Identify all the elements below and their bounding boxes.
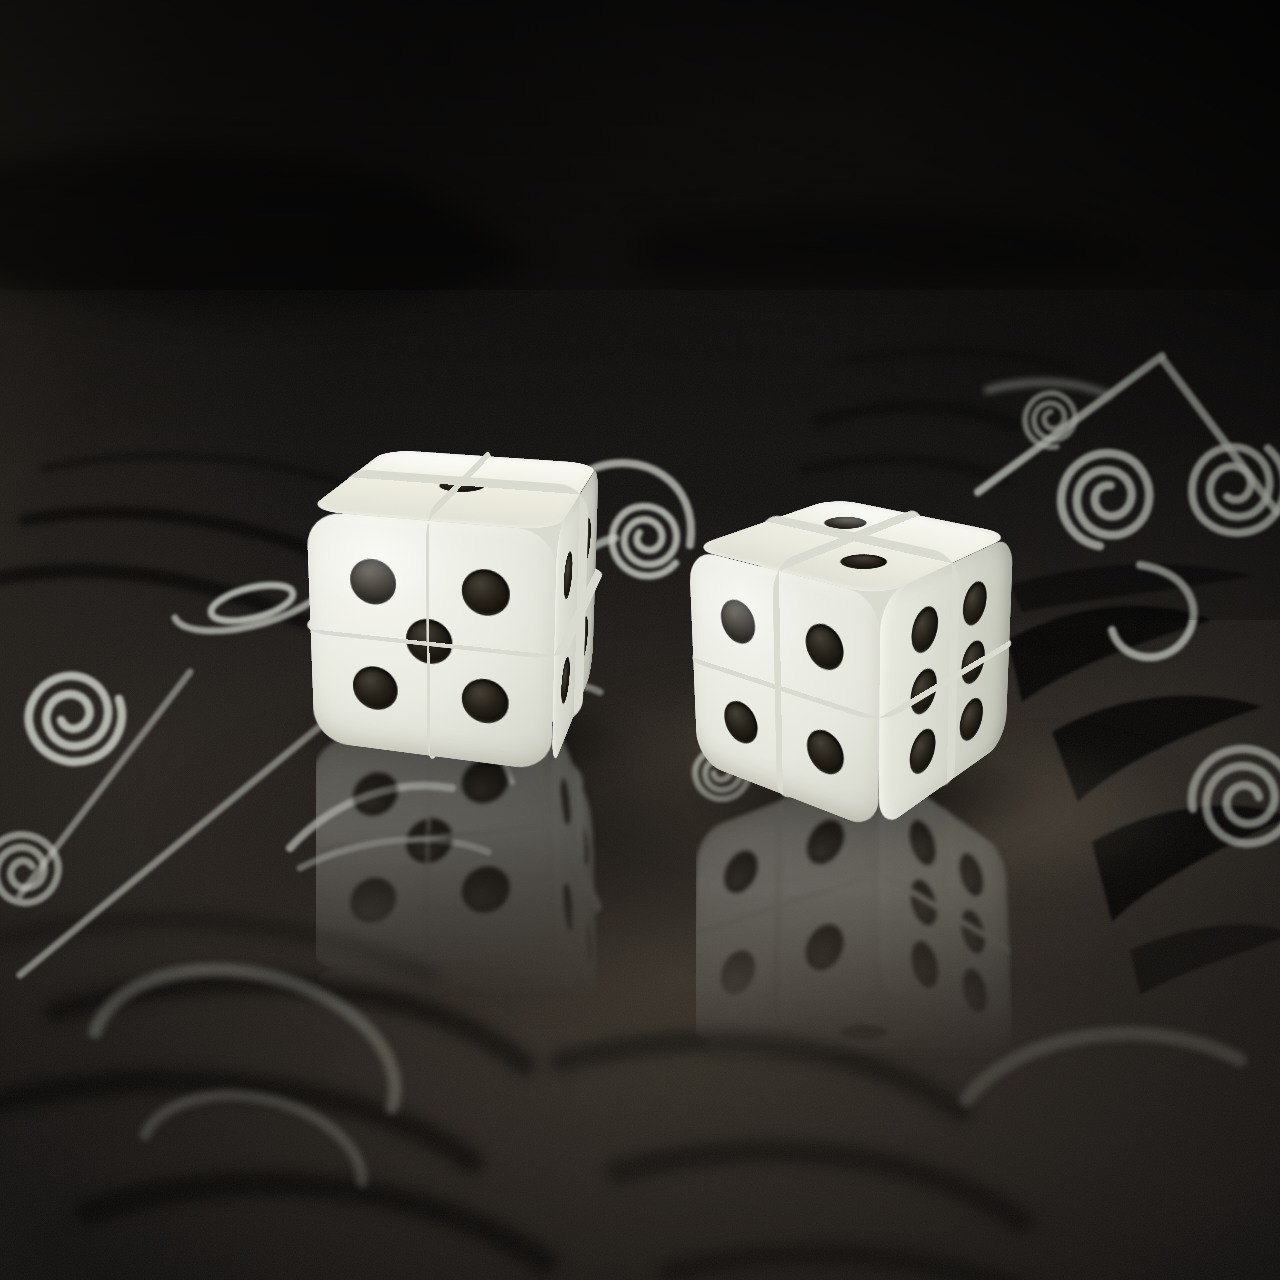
silver-scroll-flourishes (0, 356, 1280, 975)
pip (563, 877, 573, 938)
pip (911, 935, 938, 993)
pip (807, 814, 844, 869)
faint-flourish-echoes (95, 382, 1240, 1182)
left-die-cube (350, 477, 580, 716)
glossy-top-shadow-gradient (0, 0, 1280, 460)
pip (462, 865, 510, 916)
pip (909, 722, 935, 780)
pip (807, 724, 844, 779)
left-die-reflection-cube (350, 766, 580, 1005)
pip (805, 619, 843, 675)
pip (959, 847, 983, 902)
pip (561, 770, 571, 832)
right-die-reflection-cube (766, 811, 952, 1073)
pip (352, 770, 398, 818)
left-die-front-face-5 (306, 510, 557, 771)
pip (561, 650, 571, 712)
pip (911, 601, 938, 659)
pip (909, 813, 935, 871)
pip (962, 963, 987, 1017)
pip (563, 545, 573, 606)
right-die (696, 474, 1012, 798)
left-die (316, 426, 608, 742)
left-die-reflection (316, 740, 608, 1056)
pip (462, 566, 510, 617)
photo-scene (0, 0, 1280, 1280)
black-thorn-leaves (1008, 564, 1280, 995)
right-die-reflection (696, 796, 1012, 1120)
pip (720, 946, 755, 998)
board-flourish-pattern (0, 0, 1280, 1280)
pip (352, 664, 398, 712)
pip (959, 692, 983, 747)
pip (349, 876, 396, 926)
pip (724, 696, 758, 748)
pip (962, 576, 987, 630)
right-die-cube (766, 521, 952, 783)
pip (831, 552, 896, 572)
pip (831, 1022, 896, 1042)
surface-grain-texture (0, 380, 1280, 1280)
pip (720, 595, 755, 647)
pip (724, 846, 758, 898)
pip (805, 919, 843, 975)
dark-leaf-blobs-top (0, 148, 1160, 316)
pip (462, 676, 509, 726)
pip (349, 556, 396, 606)
